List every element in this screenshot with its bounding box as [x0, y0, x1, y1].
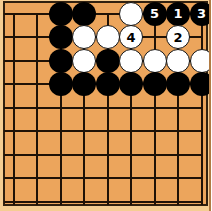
grid-line-vertical	[13, 13, 15, 206]
grid-line-vertical	[154, 13, 156, 206]
stone-white	[119, 49, 143, 73]
move-number: 1	[173, 7, 182, 20]
grid-line-horizontal	[4, 154, 203, 156]
page-edge-strip	[209, 0, 211, 211]
grid-line-vertical	[201, 13, 203, 206]
stone-black	[96, 72, 120, 96]
move-number: 3	[197, 7, 206, 20]
stone-black: 3	[190, 2, 212, 26]
stone-black: 1	[166, 2, 190, 26]
stone-black: 5	[143, 2, 167, 26]
grid-line-horizontal	[4, 107, 203, 109]
go-diagram: 51342	[0, 0, 211, 211]
stone-white	[190, 49, 212, 73]
stone-black	[49, 72, 73, 96]
stone-black	[49, 2, 73, 26]
stone-black	[72, 72, 96, 96]
move-number: 4	[126, 31, 135, 44]
stone-white: 4	[119, 25, 143, 49]
stone-black	[190, 72, 212, 96]
stone-black	[119, 72, 143, 96]
grid-line-horizontal	[4, 130, 203, 132]
stone-black	[166, 72, 190, 96]
stone-white	[166, 49, 190, 73]
stone-black	[49, 49, 73, 73]
stone-white	[72, 49, 96, 73]
stone-black	[96, 49, 120, 73]
stone-white	[96, 25, 120, 49]
stone-white	[119, 2, 143, 26]
stone-white	[143, 49, 167, 73]
grid-line-vertical	[36, 13, 38, 206]
stone-black	[72, 2, 96, 26]
stone-white	[72, 25, 96, 49]
stone-black	[143, 72, 167, 96]
stone-white: 2	[166, 25, 190, 49]
grid-line-horizontal	[4, 201, 203, 203]
move-number: 5	[150, 7, 159, 20]
stone-black	[49, 25, 73, 49]
grid-line-horizontal	[4, 177, 203, 179]
move-number: 2	[173, 31, 182, 44]
